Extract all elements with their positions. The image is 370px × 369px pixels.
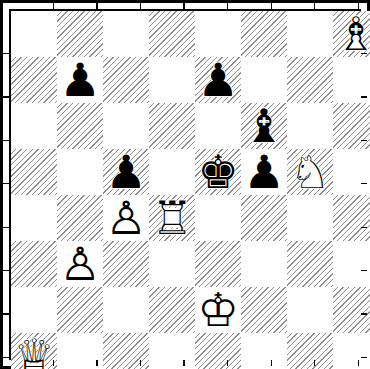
- square-h5[interactable]: [333, 149, 370, 195]
- chess-diagram: ♝♗♟♟♝♟♚♟♞♘♟♙♜♖♟♙♚♔♛♕: [0, 0, 370, 369]
- square-e7[interactable]: ♟: [195, 57, 241, 103]
- piece-glyph: ♝: [243, 103, 284, 149]
- square-b8[interactable]: [57, 11, 103, 57]
- square-h7[interactable]: [333, 57, 370, 103]
- square-g8[interactable]: [287, 11, 333, 57]
- square-c6[interactable]: [103, 103, 149, 149]
- square-g2[interactable]: [287, 287, 333, 333]
- square-h8[interactable]: ♝♗: [333, 11, 370, 57]
- square-a6[interactable]: [11, 103, 57, 149]
- board-frame: ♝♗♟♟♝♟♚♟♞♘♟♙♜♖♟♙♚♔♛♕: [9, 9, 361, 360]
- square-e3[interactable]: [195, 241, 241, 287]
- white-bishop-icon[interactable]: ♝♗: [333, 11, 370, 57]
- white-pawn-icon[interactable]: ♟♙: [57, 241, 103, 287]
- square-b6[interactable]: [57, 103, 103, 149]
- piece-outline-layer: ♙: [59, 241, 100, 287]
- square-b7[interactable]: ♟: [57, 57, 103, 103]
- square-g4[interactable]: [287, 195, 333, 241]
- white-queen-icon[interactable]: ♛♕: [11, 333, 57, 369]
- square-d6[interactable]: [149, 103, 195, 149]
- piece-glyph: ♚: [197, 149, 238, 195]
- square-a7[interactable]: [11, 57, 57, 103]
- piece-glyph: ♟: [197, 57, 238, 103]
- square-f3[interactable]: [241, 241, 287, 287]
- piece-outline-layer: ♖: [151, 195, 192, 241]
- square-e6[interactable]: [195, 103, 241, 149]
- square-b3[interactable]: ♟♙: [57, 241, 103, 287]
- square-c8[interactable]: [103, 11, 149, 57]
- square-f1[interactable]: [241, 333, 287, 369]
- square-h1[interactable]: [333, 333, 370, 369]
- square-c4[interactable]: ♟♙: [103, 195, 149, 241]
- square-e5[interactable]: ♚: [195, 149, 241, 195]
- square-d3[interactable]: [149, 241, 195, 287]
- chess-board[interactable]: ♝♗♟♟♝♟♚♟♞♘♟♙♜♖♟♙♚♔♛♕: [11, 11, 359, 358]
- square-f5[interactable]: ♟: [241, 149, 287, 195]
- square-d5[interactable]: [149, 149, 195, 195]
- black-bishop-icon[interactable]: ♝: [241, 103, 287, 149]
- square-h2[interactable]: [333, 287, 370, 333]
- square-d1[interactable]: [149, 333, 195, 369]
- white-king-icon[interactable]: ♚♔: [195, 287, 241, 333]
- black-king-icon[interactable]: ♚: [195, 149, 241, 195]
- piece-outline-layer: ♙: [105, 195, 146, 241]
- square-d2[interactable]: [149, 287, 195, 333]
- square-a4[interactable]: [11, 195, 57, 241]
- piece-glyph: ♟: [243, 149, 284, 195]
- square-e1[interactable]: [195, 333, 241, 369]
- piece-outline-layer: ♕: [13, 333, 54, 369]
- piece-outline-layer: ♘: [289, 149, 330, 195]
- square-c5[interactable]: ♟: [103, 149, 149, 195]
- square-d4[interactable]: ♜♖: [149, 195, 195, 241]
- square-c1[interactable]: [103, 333, 149, 369]
- black-pawn-icon[interactable]: ♟: [103, 149, 149, 195]
- square-b1[interactable]: [57, 333, 103, 369]
- square-f7[interactable]: [241, 57, 287, 103]
- white-knight-icon[interactable]: ♞♘: [287, 149, 333, 195]
- square-h3[interactable]: [333, 241, 370, 287]
- square-g6[interactable]: [287, 103, 333, 149]
- square-c2[interactable]: [103, 287, 149, 333]
- square-h4[interactable]: [333, 195, 370, 241]
- square-e8[interactable]: [195, 11, 241, 57]
- white-rook-icon[interactable]: ♜♖: [149, 195, 195, 241]
- piece-outline-layer: ♔: [197, 287, 238, 333]
- square-f4[interactable]: [241, 195, 287, 241]
- square-f2[interactable]: [241, 287, 287, 333]
- square-a8[interactable]: [11, 11, 57, 57]
- square-b5[interactable]: [57, 149, 103, 195]
- square-c7[interactable]: [103, 57, 149, 103]
- square-g1[interactable]: [287, 333, 333, 369]
- black-pawn-icon[interactable]: ♟: [241, 149, 287, 195]
- square-a5[interactable]: [11, 149, 57, 195]
- square-b4[interactable]: [57, 195, 103, 241]
- square-a1[interactable]: ♛♕: [11, 333, 57, 369]
- square-e4[interactable]: [195, 195, 241, 241]
- white-pawn-icon[interactable]: ♟♙: [103, 195, 149, 241]
- square-g3[interactable]: [287, 241, 333, 287]
- piece-glyph: ♟: [105, 149, 146, 195]
- square-a3[interactable]: [11, 241, 57, 287]
- black-pawn-icon[interactable]: ♟: [195, 57, 241, 103]
- square-f6[interactable]: ♝: [241, 103, 287, 149]
- square-b2[interactable]: [57, 287, 103, 333]
- square-c3[interactable]: [103, 241, 149, 287]
- square-d7[interactable]: [149, 57, 195, 103]
- piece-outline-layer: ♗: [335, 11, 370, 57]
- square-d8[interactable]: [149, 11, 195, 57]
- square-f8[interactable]: [241, 11, 287, 57]
- square-g5[interactable]: ♞♘: [287, 149, 333, 195]
- black-pawn-icon[interactable]: ♟: [57, 57, 103, 103]
- square-a2[interactable]: [11, 287, 57, 333]
- square-h6[interactable]: [333, 103, 370, 149]
- square-e2[interactable]: ♚♔: [195, 287, 241, 333]
- square-g7[interactable]: [287, 57, 333, 103]
- piece-glyph: ♟: [59, 57, 100, 103]
